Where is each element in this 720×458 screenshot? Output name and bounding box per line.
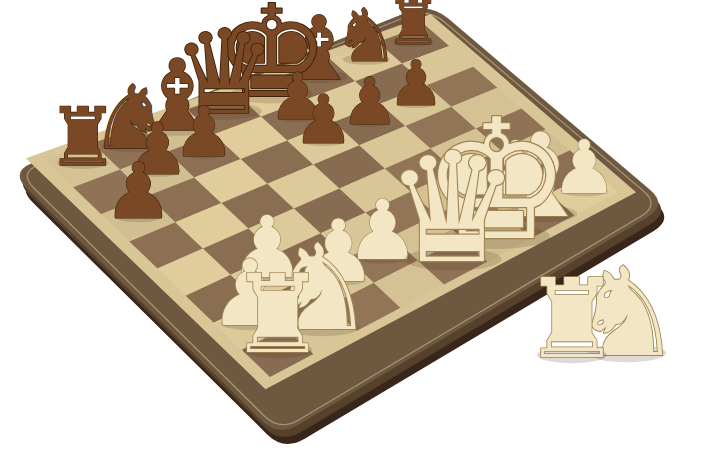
- piece-white-rook-offboard: ♜: [523, 255, 621, 383]
- chess-set-photo: ♜♞♝♚♟♛♟♟♝♟♞♟♜♟♟♟♝♟♚♟♛♟♟♟♞♜♞♜: [0, 0, 720, 458]
- piece-white-queen: ♛: [385, 120, 521, 297]
- piece-white-rook: ♜: [229, 251, 327, 378]
- piece-black-pawn: ♟: [293, 80, 354, 159]
- chess-board: ♜♞♝♚♟♛♟♟♝♟♞♟♜♟♟♟♝♟♚♟♛♟♟♟♞♜♞♜: [0, 0, 720, 458]
- piece-black-pawn: ♟: [104, 146, 173, 236]
